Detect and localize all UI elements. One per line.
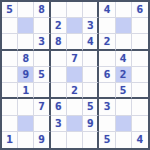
cell-r4c1[interactable] — [2, 51, 18, 67]
cell-r8c6[interactable]: 9 — [83, 116, 99, 132]
cell-r1c3[interactable]: 8 — [34, 2, 50, 18]
cell-r7c7[interactable]: 3 — [99, 99, 115, 115]
cell-r5c3[interactable]: 5 — [34, 67, 50, 83]
cell-r5c4[interactable] — [51, 67, 67, 83]
cell-r1c9[interactable]: 6 — [132, 2, 148, 18]
cell-r6c9[interactable] — [132, 83, 148, 99]
cell-r9c5[interactable] — [67, 132, 83, 148]
cell-r8c9[interactable] — [132, 116, 148, 132]
cell-r3c3[interactable]: 3 — [34, 34, 50, 50]
cell-r8c8[interactable] — [116, 116, 132, 132]
cell-r6c7[interactable] — [99, 83, 115, 99]
cell-r7c9[interactable] — [132, 99, 148, 115]
cell-r8c2[interactable] — [18, 116, 34, 132]
cell-r5c6[interactable] — [83, 67, 99, 83]
cell-r1c8[interactable] — [116, 2, 132, 18]
cell-r3c2[interactable] — [18, 34, 34, 50]
cell-r3c5[interactable] — [67, 34, 83, 50]
cell-r7c8[interactable] — [116, 99, 132, 115]
cell-r2c7[interactable] — [99, 18, 115, 34]
cell-r4c7[interactable] — [99, 51, 115, 67]
cell-r9c9[interactable]: 4 — [132, 132, 148, 148]
cell-r5c2[interactable]: 9 — [18, 67, 34, 83]
cell-r1c4[interactable] — [51, 2, 67, 18]
cell-r4c6[interactable] — [83, 51, 99, 67]
cell-r4c9[interactable] — [132, 51, 148, 67]
cell-r7c5[interactable] — [67, 99, 83, 115]
cell-r9c7[interactable]: 5 — [99, 132, 115, 148]
cell-r7c2[interactable] — [18, 99, 34, 115]
cell-r7c6[interactable]: 5 — [83, 99, 99, 115]
cell-r8c7[interactable] — [99, 116, 115, 132]
cell-r3c9[interactable] — [132, 34, 148, 50]
cell-r8c5[interactable] — [67, 116, 83, 132]
cell-r4c5[interactable]: 7 — [67, 51, 83, 67]
cell-r2c6[interactable]: 3 — [83, 18, 99, 34]
cell-r9c4[interactable] — [51, 132, 67, 148]
cell-r6c1[interactable] — [2, 83, 18, 99]
cell-r4c8[interactable]: 4 — [116, 51, 132, 67]
cell-r1c6[interactable] — [83, 2, 99, 18]
cell-r2c9[interactable] — [132, 18, 148, 34]
cell-r8c3[interactable] — [34, 116, 50, 132]
cell-r3c1[interactable] — [2, 34, 18, 50]
cell-r8c4[interactable]: 3 — [51, 116, 67, 132]
cell-r9c3[interactable]: 9 — [34, 132, 50, 148]
cell-r1c1[interactable]: 5 — [2, 2, 18, 18]
cell-r1c5[interactable] — [67, 2, 83, 18]
cell-r1c7[interactable]: 4 — [99, 2, 115, 18]
cell-r2c1[interactable] — [2, 18, 18, 34]
cell-r7c1[interactable] — [2, 99, 18, 115]
cell-r9c2[interactable] — [18, 132, 34, 148]
cell-r2c8[interactable] — [116, 18, 132, 34]
cell-r9c6[interactable] — [83, 132, 99, 148]
cell-r5c5[interactable] — [67, 67, 83, 83]
cell-r9c8[interactable] — [116, 132, 132, 148]
cell-r9c1[interactable]: 1 — [2, 132, 18, 148]
cell-r8c1[interactable] — [2, 116, 18, 132]
cell-r3c8[interactable] — [116, 34, 132, 50]
cell-r4c3[interactable] — [34, 51, 50, 67]
cell-r4c2[interactable]: 8 — [18, 51, 34, 67]
cell-r7c4[interactable]: 6 — [51, 99, 67, 115]
cell-r1c2[interactable] — [18, 2, 34, 18]
sudoku-board: 584623384287495621257653391954 — [0, 0, 150, 150]
cell-r3c4[interactable]: 8 — [51, 34, 67, 50]
cell-r2c5[interactable] — [67, 18, 83, 34]
cell-r6c4[interactable] — [51, 83, 67, 99]
cell-r6c8[interactable]: 5 — [116, 83, 132, 99]
cell-r5c7[interactable]: 6 — [99, 67, 115, 83]
cell-r3c6[interactable]: 4 — [83, 34, 99, 50]
cell-r6c3[interactable] — [34, 83, 50, 99]
cell-r5c1[interactable] — [2, 67, 18, 83]
cell-r4c4[interactable] — [51, 51, 67, 67]
cell-r2c2[interactable] — [18, 18, 34, 34]
cell-r6c6[interactable] — [83, 83, 99, 99]
cell-r3c7[interactable]: 2 — [99, 34, 115, 50]
cell-r6c5[interactable]: 2 — [67, 83, 83, 99]
cell-r2c4[interactable]: 2 — [51, 18, 67, 34]
cell-r7c3[interactable]: 7 — [34, 99, 50, 115]
cell-r2c3[interactable] — [34, 18, 50, 34]
cell-r5c9[interactable] — [132, 67, 148, 83]
cell-r6c2[interactable]: 1 — [18, 83, 34, 99]
cell-r5c8[interactable]: 2 — [116, 67, 132, 83]
